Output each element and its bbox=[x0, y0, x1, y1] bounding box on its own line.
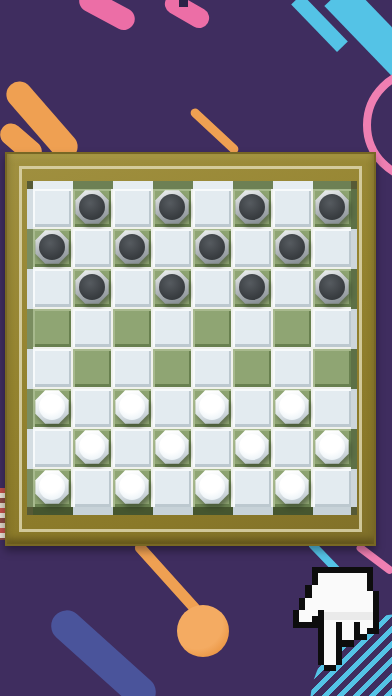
square[interactable] bbox=[113, 309, 151, 347]
square[interactable] bbox=[33, 189, 71, 227]
square[interactable] bbox=[153, 229, 191, 267]
white-piece[interactable] bbox=[113, 469, 151, 507]
dark-piece-face bbox=[79, 194, 105, 220]
square[interactable] bbox=[313, 389, 351, 427]
square[interactable] bbox=[113, 389, 151, 427]
square[interactable] bbox=[73, 349, 111, 387]
white-piece[interactable] bbox=[73, 429, 111, 467]
white-piece-body bbox=[195, 470, 229, 504]
square[interactable] bbox=[273, 229, 311, 267]
white-piece[interactable] bbox=[193, 389, 231, 427]
white-piece-body bbox=[195, 390, 229, 424]
orange-line-icon bbox=[133, 540, 203, 616]
white-piece-body bbox=[35, 390, 69, 424]
dark-piece[interactable] bbox=[313, 189, 351, 227]
dark-piece-face bbox=[319, 274, 345, 300]
square[interactable] bbox=[193, 309, 231, 347]
square[interactable] bbox=[313, 349, 351, 387]
square[interactable] bbox=[233, 429, 271, 467]
navy-chip-icon bbox=[179, 0, 188, 7]
board-edge-right bbox=[351, 189, 357, 507]
square[interactable] bbox=[113, 349, 151, 387]
white-piece-body bbox=[235, 430, 269, 464]
white-piece-face bbox=[279, 474, 305, 500]
white-piece[interactable] bbox=[193, 469, 231, 507]
square[interactable] bbox=[113, 229, 151, 267]
white-piece-body bbox=[75, 430, 109, 464]
hand-point-down-cursor-icon bbox=[293, 567, 379, 671]
square[interactable] bbox=[273, 349, 311, 387]
dark-piece-face bbox=[159, 194, 185, 220]
dark-piece-body bbox=[235, 190, 269, 224]
white-piece[interactable] bbox=[113, 389, 151, 427]
indigo-capsule-icon bbox=[45, 604, 162, 696]
square[interactable] bbox=[33, 229, 71, 267]
square[interactable] bbox=[113, 429, 151, 467]
dark-piece-face bbox=[239, 274, 265, 300]
square[interactable] bbox=[73, 269, 111, 307]
dark-piece-face bbox=[159, 274, 185, 300]
white-piece-face bbox=[279, 394, 305, 420]
board-edge-bottom bbox=[33, 507, 351, 515]
white-piece-face bbox=[39, 474, 65, 500]
square[interactable] bbox=[233, 309, 271, 347]
white-piece[interactable] bbox=[313, 429, 351, 467]
square[interactable] bbox=[73, 429, 111, 467]
square[interactable] bbox=[313, 309, 351, 347]
white-piece-body bbox=[115, 470, 149, 504]
white-piece-face bbox=[199, 474, 225, 500]
square[interactable] bbox=[153, 429, 191, 467]
dark-piece[interactable] bbox=[313, 269, 351, 307]
dark-piece[interactable] bbox=[73, 189, 111, 227]
square[interactable] bbox=[153, 189, 191, 227]
dark-piece-face bbox=[199, 234, 225, 260]
white-piece[interactable] bbox=[153, 429, 191, 467]
square[interactable] bbox=[273, 469, 311, 507]
square[interactable] bbox=[233, 349, 271, 387]
white-piece-face bbox=[319, 434, 345, 460]
square[interactable] bbox=[233, 189, 271, 227]
dark-piece[interactable] bbox=[113, 229, 151, 267]
square[interactable] bbox=[73, 389, 111, 427]
board-edge-top bbox=[33, 181, 351, 189]
square[interactable] bbox=[33, 349, 71, 387]
white-piece[interactable] bbox=[33, 469, 71, 507]
square[interactable] bbox=[233, 389, 271, 427]
dark-piece[interactable] bbox=[233, 189, 271, 227]
square[interactable] bbox=[153, 389, 191, 427]
square[interactable] bbox=[313, 429, 351, 467]
square[interactable] bbox=[33, 269, 71, 307]
pink-capsule-icon bbox=[75, 0, 138, 34]
square[interactable] bbox=[73, 229, 111, 267]
white-piece-body bbox=[315, 430, 349, 464]
square[interactable] bbox=[233, 229, 271, 267]
dark-piece-body bbox=[35, 230, 69, 264]
checkers-board[interactable] bbox=[33, 189, 351, 507]
square[interactable] bbox=[33, 429, 71, 467]
white-piece-face bbox=[79, 434, 105, 460]
orange-ball-icon bbox=[177, 605, 229, 657]
white-piece-face bbox=[199, 394, 225, 420]
white-piece[interactable] bbox=[273, 469, 311, 507]
square[interactable] bbox=[193, 349, 231, 387]
square[interactable] bbox=[193, 389, 231, 427]
white-piece-body bbox=[275, 470, 309, 504]
square[interactable] bbox=[193, 189, 231, 227]
dark-piece-body bbox=[235, 270, 269, 304]
square[interactable] bbox=[33, 389, 71, 427]
square[interactable] bbox=[113, 189, 151, 227]
dark-piece-body bbox=[75, 270, 109, 304]
square[interactable] bbox=[193, 269, 231, 307]
square[interactable] bbox=[73, 309, 111, 347]
square[interactable] bbox=[313, 469, 351, 507]
dark-piece-body bbox=[315, 190, 349, 224]
square[interactable] bbox=[33, 309, 71, 347]
square[interactable] bbox=[313, 229, 351, 267]
square[interactable] bbox=[113, 469, 151, 507]
square[interactable] bbox=[153, 469, 191, 507]
square[interactable] bbox=[273, 389, 311, 427]
orange-line-icon bbox=[189, 107, 240, 156]
square[interactable] bbox=[193, 229, 231, 267]
white-piece-face bbox=[39, 394, 65, 420]
square[interactable] bbox=[273, 189, 311, 227]
white-piece-body bbox=[35, 470, 69, 504]
square[interactable] bbox=[273, 309, 311, 347]
white-piece[interactable] bbox=[33, 389, 71, 427]
dark-piece[interactable] bbox=[153, 189, 191, 227]
board-tiles-area bbox=[27, 181, 357, 515]
dark-piece-body bbox=[75, 190, 109, 224]
square[interactable] bbox=[273, 429, 311, 467]
white-piece[interactable] bbox=[273, 389, 311, 427]
white-piece-face bbox=[239, 434, 265, 460]
square[interactable] bbox=[153, 349, 191, 387]
square[interactable] bbox=[73, 189, 111, 227]
white-piece-face bbox=[159, 434, 185, 460]
square[interactable] bbox=[313, 269, 351, 307]
square[interactable] bbox=[73, 469, 111, 507]
square[interactable] bbox=[193, 429, 231, 467]
white-piece-body bbox=[115, 390, 149, 424]
board-frame bbox=[5, 152, 376, 546]
square[interactable] bbox=[193, 469, 231, 507]
white-piece-face bbox=[119, 474, 145, 500]
dark-piece-face bbox=[239, 194, 265, 220]
checkers-game-screen bbox=[0, 0, 392, 696]
white-piece-face bbox=[119, 394, 145, 420]
square[interactable] bbox=[153, 309, 191, 347]
dark-piece-face bbox=[39, 234, 65, 260]
dark-piece-body bbox=[315, 270, 349, 304]
square[interactable] bbox=[313, 189, 351, 227]
dark-piece-body bbox=[195, 230, 229, 264]
dark-piece[interactable] bbox=[153, 269, 191, 307]
white-piece-body bbox=[275, 390, 309, 424]
dark-piece-body bbox=[155, 270, 189, 304]
dark-piece-body bbox=[155, 190, 189, 224]
dark-piece-face bbox=[119, 234, 145, 260]
dark-piece-face bbox=[279, 234, 305, 260]
white-piece-body bbox=[155, 430, 189, 464]
dark-piece-face bbox=[319, 194, 345, 220]
dark-piece-body bbox=[115, 230, 149, 264]
dark-piece-body bbox=[275, 230, 309, 264]
dark-piece[interactable] bbox=[233, 269, 271, 307]
square[interactable] bbox=[233, 269, 271, 307]
dark-piece[interactable] bbox=[73, 269, 111, 307]
square[interactable] bbox=[153, 269, 191, 307]
dark-piece[interactable] bbox=[273, 229, 311, 267]
square[interactable] bbox=[233, 469, 271, 507]
dark-piece-face bbox=[79, 274, 105, 300]
dark-piece[interactable] bbox=[33, 229, 71, 267]
square[interactable] bbox=[33, 469, 71, 507]
white-piece[interactable] bbox=[233, 429, 271, 467]
square[interactable] bbox=[113, 269, 151, 307]
dark-piece[interactable] bbox=[193, 229, 231, 267]
square[interactable] bbox=[273, 269, 311, 307]
